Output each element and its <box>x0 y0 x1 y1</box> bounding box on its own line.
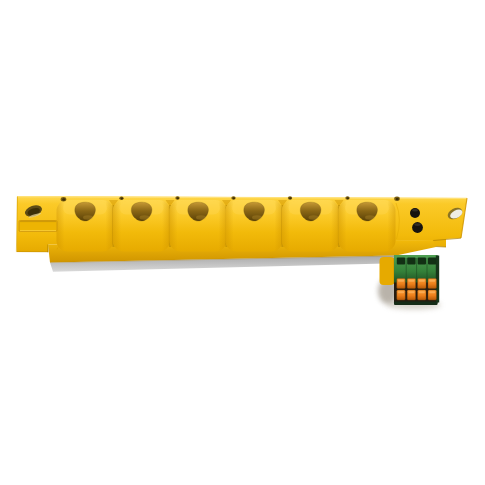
connector-yellow-tab <box>380 257 395 285</box>
terminal-clip-orange <box>407 290 415 300</box>
ct-cylinder <box>57 200 119 252</box>
terminal-socket <box>407 258 415 265</box>
terminal-socket <box>428 258 436 265</box>
ct-cylinder <box>170 200 232 252</box>
cylinder-row <box>57 200 396 252</box>
indicator-hole <box>412 222 423 233</box>
top-dimple-hole <box>394 197 400 201</box>
terminal-clip-orange <box>428 279 436 289</box>
top-dimple-hole <box>119 196 123 200</box>
terminal-socket <box>397 258 405 265</box>
terminal-clip-orange <box>407 279 415 289</box>
ct-cylinder <box>113 200 175 252</box>
ct-cylinder <box>339 200 396 252</box>
top-dimple-hole <box>288 196 292 200</box>
label-recess <box>19 221 57 232</box>
top-dimple-hole <box>61 197 67 201</box>
ct-cylinder <box>226 200 288 252</box>
scene-svg <box>0 0 485 485</box>
top-dimple-hole <box>345 196 349 200</box>
top-dimple-hole <box>231 196 235 200</box>
terminal-clip-orange <box>418 290 426 300</box>
terminal-clip-orange <box>397 290 405 300</box>
terminal-green-top-edge <box>394 255 438 257</box>
ct-cylinder <box>282 200 344 252</box>
terminal-base <box>394 302 438 306</box>
top-dimple-hole <box>175 196 179 200</box>
product-photo <box>0 0 485 485</box>
terminal-connector <box>378 255 441 310</box>
indicator-hole <box>410 208 420 218</box>
terminal-clip-orange <box>418 279 426 289</box>
terminal-clip-orange <box>397 279 405 289</box>
terminal-socket <box>418 258 426 265</box>
terminal-clip-orange <box>428 290 436 300</box>
